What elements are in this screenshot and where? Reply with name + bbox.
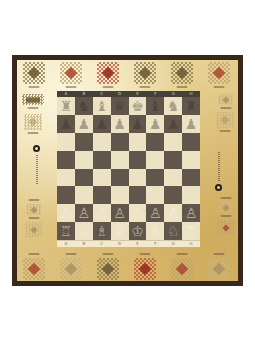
ghost-piece: ♝ (149, 98, 162, 112)
ornament-motif (208, 62, 230, 84)
square-g1: ♘ (164, 222, 182, 240)
motif-caption-mark (220, 215, 231, 217)
ghost-piece: ♔ (131, 224, 144, 238)
ornament-motif (134, 258, 156, 280)
file-label: D (118, 92, 121, 96)
square-h2: ♙ (182, 204, 200, 222)
ghost-piece: ♟ (185, 116, 198, 130)
motif-caption-mark (220, 197, 231, 199)
ghost-piece: ♙ (167, 206, 180, 220)
square-d8: ♛ (111, 97, 129, 115)
square-a3 (57, 186, 75, 204)
ornament-row-top (17, 62, 238, 92)
motif-caption-mark (28, 217, 39, 219)
ghost-piece: ♚ (131, 98, 144, 112)
square-c3 (93, 186, 111, 204)
motif-caption-mark (29, 253, 40, 255)
file-label: B (82, 92, 85, 96)
square-e8: ♚ (129, 97, 147, 115)
ghost-piece: ♖ (60, 224, 73, 238)
motif-caption-mark (177, 253, 188, 255)
square-d5 (111, 151, 129, 169)
square-e1: ♔ (129, 222, 147, 240)
square-d7: ♟ (111, 115, 129, 133)
square-h1: ♖ (182, 222, 200, 240)
square-e4 (129, 169, 147, 187)
motif-caption-mark (140, 86, 151, 88)
square-h3 (182, 186, 200, 204)
brand-ring-icon (215, 184, 222, 191)
square-c2: ♙ (93, 204, 111, 222)
square-e5 (129, 151, 147, 169)
square-f2: ♙ (146, 204, 164, 222)
square-a8: ♜ (57, 97, 75, 115)
square-a4 (57, 169, 75, 187)
ghost-piece: ♟ (167, 116, 180, 130)
square-c1: ♗ (93, 222, 111, 240)
board-grid: ♜♞♝♛♚♝♞♜♟♟♟♟♟♟♟♟♙♙♙♙♙♙♙♙♖♘♗♕♔♗♘♖ (57, 97, 200, 240)
ornament-motif (22, 94, 44, 105)
square-a2: ♙ (57, 204, 75, 222)
square-g6 (164, 133, 182, 151)
ghost-piece: ♟ (113, 116, 126, 130)
square-b8: ♞ (75, 97, 93, 115)
motif-caption-mark (220, 107, 231, 109)
square-a1: ♖ (57, 222, 75, 240)
ornament-motif (23, 62, 45, 84)
file-label: F (154, 92, 156, 96)
ghost-piece: ♖ (185, 224, 198, 238)
square-a5 (57, 151, 75, 169)
ghost-piece: ♙ (113, 206, 126, 220)
square-h6 (182, 133, 200, 151)
motif-caption-mark (177, 86, 188, 88)
motif-caption-mark (214, 253, 225, 255)
brand-vertical-text (36, 155, 38, 185)
square-e3 (129, 186, 147, 204)
file-labels-bottom: ABCDEFGH (57, 240, 200, 247)
square-b7: ♟ (75, 115, 93, 133)
ornament-motif (134, 62, 156, 84)
motif-caption-mark (140, 253, 151, 255)
square-g5 (164, 151, 182, 169)
ornament-motif (218, 94, 233, 105)
ornament-motif (171, 258, 193, 280)
ornament-column-left (19, 92, 49, 240)
square-b4 (75, 169, 93, 187)
motif-caption-mark (103, 86, 114, 88)
square-b1: ♘ (75, 222, 93, 240)
chess-mat: ABCDEFGH ♜♞♝♛♚♝♞♜♟♟♟♟♟♟♟♟♙♙♙♙♙♙♙♙♖♘♗♕♔♗♘… (12, 55, 243, 286)
square-d3 (111, 186, 129, 204)
square-g4 (164, 169, 182, 187)
ornament-motif (60, 258, 82, 280)
ghost-piece: ♙ (185, 206, 198, 220)
ghost-piece: ♙ (60, 206, 73, 220)
ghost-piece: ♜ (60, 98, 73, 112)
square-f3 (146, 186, 164, 204)
square-f6 (146, 133, 164, 151)
square-e6 (129, 133, 147, 151)
file-label: G (172, 242, 175, 246)
ghost-piece: ♕ (113, 224, 126, 238)
motif-caption-mark (214, 86, 225, 88)
file-label: G (172, 92, 175, 96)
file-label: D (118, 242, 121, 246)
ornament-motif (218, 202, 233, 213)
square-g3 (164, 186, 182, 204)
ghost-piece: ♗ (149, 224, 162, 238)
motif-caption-mark (66, 253, 77, 255)
square-b3 (75, 186, 93, 204)
ghost-piece: ♙ (131, 206, 144, 220)
square-f1: ♗ (146, 222, 164, 240)
ornament-motif (26, 204, 41, 215)
square-f8: ♝ (146, 97, 164, 115)
ornament-motif (60, 62, 82, 84)
ornament-motif (97, 258, 119, 280)
motif-center-diamond (26, 97, 40, 102)
file-label: F (154, 242, 156, 246)
ghost-piece: ♞ (78, 98, 91, 112)
ghost-piece: ♞ (167, 98, 180, 112)
square-h8: ♜ (182, 97, 200, 115)
square-h4 (182, 169, 200, 187)
ornament-motif (217, 220, 234, 235)
square-g8: ♞ (164, 97, 182, 115)
ornament-motif (208, 258, 230, 280)
square-e2: ♙ (129, 204, 147, 222)
ghost-piece: ♟ (131, 116, 144, 130)
square-b5 (75, 151, 93, 169)
brand-ring-icon (33, 145, 40, 152)
square-d1: ♕ (111, 222, 129, 240)
file-label: C (100, 92, 103, 96)
square-g7: ♟ (164, 115, 182, 133)
motif-caption-mark (220, 130, 231, 132)
ghost-piece: ♙ (78, 206, 91, 220)
square-c7: ♟ (93, 115, 111, 133)
square-a6 (57, 133, 75, 151)
motif-caption-mark (28, 199, 39, 201)
square-a7: ♟ (57, 115, 75, 133)
ghost-piece: ♘ (78, 224, 91, 238)
square-f4 (146, 169, 164, 187)
file-label: C (100, 242, 103, 246)
square-d4 (111, 169, 129, 187)
ornament-motif (97, 62, 119, 84)
square-f5 (146, 151, 164, 169)
ghost-piece: ♟ (60, 116, 73, 130)
motif-caption-mark (28, 132, 39, 134)
ornament-column-right (210, 90, 240, 240)
square-h5 (182, 151, 200, 169)
square-e7: ♟ (129, 115, 147, 133)
file-label: A (65, 92, 68, 96)
ghost-piece: ♛ (113, 98, 126, 112)
file-label: E (136, 92, 139, 96)
motif-caption-mark (103, 253, 114, 255)
square-b2: ♙ (75, 204, 93, 222)
square-d2: ♙ (111, 204, 129, 222)
ghost-piece: ♗ (95, 224, 108, 238)
ghost-piece: ♜ (185, 98, 198, 112)
motif-caption-mark (29, 86, 40, 88)
motif-caption-mark (66, 86, 77, 88)
ghost-piece: ♟ (149, 116, 162, 130)
ornament-motif (25, 222, 42, 237)
ornament-motif (24, 114, 42, 130)
ghost-piece: ♙ (149, 206, 162, 220)
ghost-piece: ♘ (167, 224, 180, 238)
square-c5 (93, 151, 111, 169)
ornament-motif (23, 258, 45, 280)
chess-board: ABCDEFGH ♜♞♝♛♚♝♞♜♟♟♟♟♟♟♟♟♙♙♙♙♙♙♙♙♖♘♗♕♔♗♘… (57, 91, 200, 247)
file-label: E (136, 242, 139, 246)
square-h7: ♟ (182, 115, 200, 133)
file-label: H (190, 242, 193, 246)
square-c6 (93, 133, 111, 151)
square-b6 (75, 133, 93, 151)
ghost-piece: ♟ (95, 116, 108, 130)
ghost-piece: ♟ (78, 116, 91, 130)
square-g2: ♙ (164, 204, 182, 222)
file-label: B (82, 242, 85, 246)
ornament-row-bottom (17, 252, 238, 282)
square-c8: ♝ (93, 97, 111, 115)
square-c4 (93, 169, 111, 187)
square-d6 (111, 133, 129, 151)
file-label: H (190, 92, 193, 96)
file-label: A (65, 242, 68, 246)
ornament-motif (171, 62, 193, 84)
brand-vertical-text (218, 152, 220, 182)
motif-caption-mark (28, 107, 39, 109)
square-f7: ♟ (146, 115, 164, 133)
ghost-piece: ♝ (95, 98, 108, 112)
ornament-motif (216, 112, 234, 128)
ghost-piece: ♙ (95, 206, 108, 220)
